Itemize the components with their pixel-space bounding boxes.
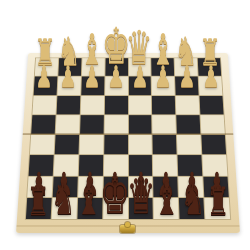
square-g5 bbox=[55, 135, 79, 155]
square-e5 bbox=[104, 135, 128, 155]
square-h1 bbox=[35, 58, 58, 76]
square-d2 bbox=[128, 77, 151, 95]
square-a3 bbox=[200, 96, 224, 115]
square-d6 bbox=[128, 155, 152, 175]
square-f7 bbox=[78, 176, 103, 197]
square-e1 bbox=[105, 58, 128, 76]
square-d3 bbox=[128, 96, 151, 115]
square-h2 bbox=[34, 77, 58, 95]
square-h5 bbox=[30, 135, 55, 155]
chess-set-photo: ♜♞♝♚♛♝♞♜♟♟♟♟♟♟♟♟♟♟♟♟♟♟♟♟♜♞♝♚♛♝♞♜ bbox=[0, 0, 250, 250]
square-h6 bbox=[29, 155, 54, 175]
square-e2 bbox=[105, 77, 128, 95]
square-a5 bbox=[201, 135, 226, 155]
square-e6 bbox=[104, 155, 128, 175]
square-a6 bbox=[202, 155, 227, 175]
square-g6 bbox=[54, 155, 79, 175]
square-d1 bbox=[128, 58, 151, 76]
square-f4 bbox=[80, 115, 104, 134]
square-d7 bbox=[128, 176, 152, 197]
square-b2 bbox=[175, 77, 198, 95]
square-a7 bbox=[203, 176, 228, 197]
square-h4 bbox=[31, 115, 55, 134]
square-a8 bbox=[204, 198, 230, 219]
square-d8 bbox=[128, 198, 153, 219]
square-c5 bbox=[153, 135, 177, 155]
square-c2 bbox=[152, 77, 175, 95]
hinge-fold-line bbox=[23, 133, 234, 135]
square-f2 bbox=[81, 77, 104, 95]
square-c8 bbox=[154, 198, 179, 219]
square-b8 bbox=[179, 198, 204, 219]
square-f8 bbox=[77, 198, 102, 219]
square-g7 bbox=[53, 176, 78, 197]
square-f6 bbox=[79, 155, 103, 175]
square-d5 bbox=[128, 135, 152, 155]
brass-clasp bbox=[120, 225, 135, 233]
square-b6 bbox=[178, 155, 203, 175]
clasp-knob bbox=[125, 222, 130, 227]
board-frame bbox=[16, 53, 240, 233]
square-c1 bbox=[152, 58, 175, 76]
square-b5 bbox=[177, 135, 201, 155]
chess-board bbox=[25, 58, 231, 220]
square-g4 bbox=[56, 115, 80, 134]
square-b1 bbox=[175, 58, 198, 76]
square-f3 bbox=[80, 96, 103, 115]
square-a2 bbox=[199, 77, 223, 95]
square-f1 bbox=[82, 58, 105, 76]
square-b4 bbox=[177, 115, 201, 134]
square-e4 bbox=[104, 115, 127, 134]
square-c3 bbox=[152, 96, 175, 115]
square-g2 bbox=[57, 77, 80, 95]
square-a1 bbox=[198, 58, 221, 76]
square-d4 bbox=[128, 115, 151, 134]
square-h8 bbox=[26, 198, 52, 219]
square-b7 bbox=[178, 176, 203, 197]
square-g8 bbox=[52, 198, 77, 219]
square-a4 bbox=[201, 115, 225, 134]
square-h7 bbox=[27, 176, 52, 197]
square-e3 bbox=[104, 96, 127, 115]
square-g1 bbox=[58, 58, 81, 76]
square-h3 bbox=[32, 96, 56, 115]
square-c4 bbox=[152, 115, 176, 134]
square-g3 bbox=[56, 96, 80, 115]
square-b3 bbox=[176, 96, 200, 115]
square-f5 bbox=[79, 135, 103, 155]
square-e7 bbox=[103, 176, 127, 197]
square-c6 bbox=[153, 155, 177, 175]
square-e8 bbox=[103, 198, 128, 219]
square-c7 bbox=[153, 176, 178, 197]
